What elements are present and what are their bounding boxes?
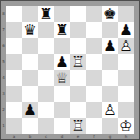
square-a2[interactable] [6, 102, 22, 118]
piece-glyph: ♜ [38, 6, 54, 22]
square-d5[interactable]: ♟ [54, 54, 70, 70]
file-label-a: a [6, 134, 22, 139]
piece-black-pawn[interactable]: ♟ [54, 54, 70, 70]
piece-black-pawn[interactable]: ♟ [22, 102, 38, 118]
square-e8[interactable] [70, 6, 86, 22]
square-f4[interactable] [86, 70, 102, 86]
square-f5[interactable] [86, 54, 102, 70]
square-c6[interactable] [38, 38, 54, 54]
piece-black-pawn[interactable]: ♟ [118, 22, 134, 38]
square-c7[interactable] [38, 22, 54, 38]
piece-glyph: ♟ [22, 102, 38, 118]
square-h6[interactable]: ♟♙ [118, 38, 134, 54]
square-c3[interactable] [38, 86, 54, 102]
square-g7[interactable] [102, 22, 118, 38]
file-labels: abcdefgh [6, 134, 134, 139]
square-d1[interactable] [54, 118, 70, 134]
square-d6[interactable] [54, 38, 70, 54]
piece-black-king[interactable]: ♚ [102, 6, 118, 22]
square-f3[interactable] [86, 86, 102, 102]
file-label-c: c [38, 134, 54, 139]
square-g3[interactable] [102, 86, 118, 102]
piece-white-king[interactable]: ♚♔ [118, 118, 134, 134]
file-label-b: b [22, 134, 38, 139]
piece-white-rook[interactable]: ♜♖ [70, 118, 86, 134]
square-b1[interactable] [22, 118, 38, 134]
square-a7[interactable] [6, 22, 22, 38]
square-f2[interactable] [86, 102, 102, 118]
piece-glyph-outline: ♔ [118, 118, 134, 134]
square-c5[interactable] [38, 54, 54, 70]
square-g4[interactable] [102, 70, 118, 86]
square-h3[interactable] [118, 86, 134, 102]
square-h8[interactable] [118, 6, 134, 22]
square-e2[interactable] [70, 102, 86, 118]
square-c4[interactable] [38, 70, 54, 86]
file-label-e: e [70, 134, 86, 139]
square-a5[interactable] [6, 54, 22, 70]
piece-black-rook[interactable]: ♜ [38, 6, 54, 22]
square-h7[interactable]: ♟ [118, 22, 134, 38]
square-d3[interactable] [54, 86, 70, 102]
piece-glyph: ♛ [22, 22, 38, 38]
square-h1[interactable]: ♚♔ [118, 118, 134, 134]
square-a4[interactable] [6, 70, 22, 86]
square-f1[interactable] [86, 118, 102, 134]
square-b5[interactable] [22, 54, 38, 70]
square-g8[interactable]: ♚ [102, 6, 118, 22]
square-f7[interactable] [86, 22, 102, 38]
square-b3[interactable] [22, 86, 38, 102]
piece-glyph: ♜ [54, 22, 70, 38]
square-g6[interactable]: ♟ [102, 38, 118, 54]
piece-white-rook[interactable]: ♜♖ [70, 54, 86, 70]
square-e1[interactable]: ♜♖ [70, 118, 86, 134]
chess-board-frame: 87654321 ♜♚♛♜♟♟♟♙♟♜♖♛♕♟♟♙♜♖♚♔ abcdefgh [0, 0, 140, 140]
square-c2[interactable] [38, 102, 54, 118]
square-f8[interactable] [86, 6, 102, 22]
file-label-f: f [86, 134, 102, 139]
piece-black-rook[interactable]: ♜ [54, 22, 70, 38]
piece-glyph-outline: ♙ [102, 102, 118, 118]
square-a3[interactable] [6, 86, 22, 102]
square-b4[interactable] [22, 70, 38, 86]
square-c8[interactable]: ♜ [38, 6, 54, 22]
chess-board: ♜♚♛♜♟♟♟♙♟♜♖♛♕♟♟♙♜♖♚♔ [6, 6, 134, 134]
square-g1[interactable] [102, 118, 118, 134]
square-h2[interactable] [118, 102, 134, 118]
piece-black-queen[interactable]: ♛ [22, 22, 38, 38]
square-c1[interactable] [38, 118, 54, 134]
square-b8[interactable] [22, 6, 38, 22]
piece-glyph-outline: ♖ [70, 54, 86, 70]
square-e5[interactable]: ♜♖ [70, 54, 86, 70]
piece-glyph-outline: ♙ [118, 38, 134, 54]
square-d7[interactable]: ♜ [54, 22, 70, 38]
square-b7[interactable]: ♛ [22, 22, 38, 38]
square-a8[interactable] [6, 6, 22, 22]
square-e4[interactable] [70, 70, 86, 86]
square-g5[interactable] [102, 54, 118, 70]
square-d2[interactable] [54, 102, 70, 118]
piece-glyph: ♟ [118, 22, 134, 38]
piece-glyph: ♚ [102, 6, 118, 22]
square-b2[interactable]: ♟ [22, 102, 38, 118]
piece-white-queen[interactable]: ♛♕ [54, 70, 70, 86]
piece-glyph: ♟ [54, 54, 70, 70]
piece-glyph-outline: ♖ [70, 118, 86, 134]
file-label-d: d [54, 134, 70, 139]
square-e6[interactable] [70, 38, 86, 54]
square-d8[interactable] [54, 6, 70, 22]
square-h4[interactable] [118, 70, 134, 86]
square-e7[interactable] [70, 22, 86, 38]
square-d4[interactable]: ♛♕ [54, 70, 70, 86]
file-label-g: g [102, 134, 118, 139]
piece-black-pawn[interactable]: ♟ [102, 38, 118, 54]
square-f6[interactable] [86, 38, 102, 54]
square-g2[interactable]: ♟♙ [102, 102, 118, 118]
piece-white-pawn[interactable]: ♟♙ [102, 102, 118, 118]
square-a1[interactable] [6, 118, 22, 134]
piece-white-pawn[interactable]: ♟♙ [118, 38, 134, 54]
file-label-h: h [118, 134, 134, 139]
square-h5[interactable] [118, 54, 134, 70]
square-e3[interactable] [70, 86, 86, 102]
square-b6[interactable] [22, 38, 38, 54]
piece-glyph: ♟ [102, 38, 118, 54]
square-a6[interactable] [6, 38, 22, 54]
piece-glyph-outline: ♕ [54, 70, 70, 86]
